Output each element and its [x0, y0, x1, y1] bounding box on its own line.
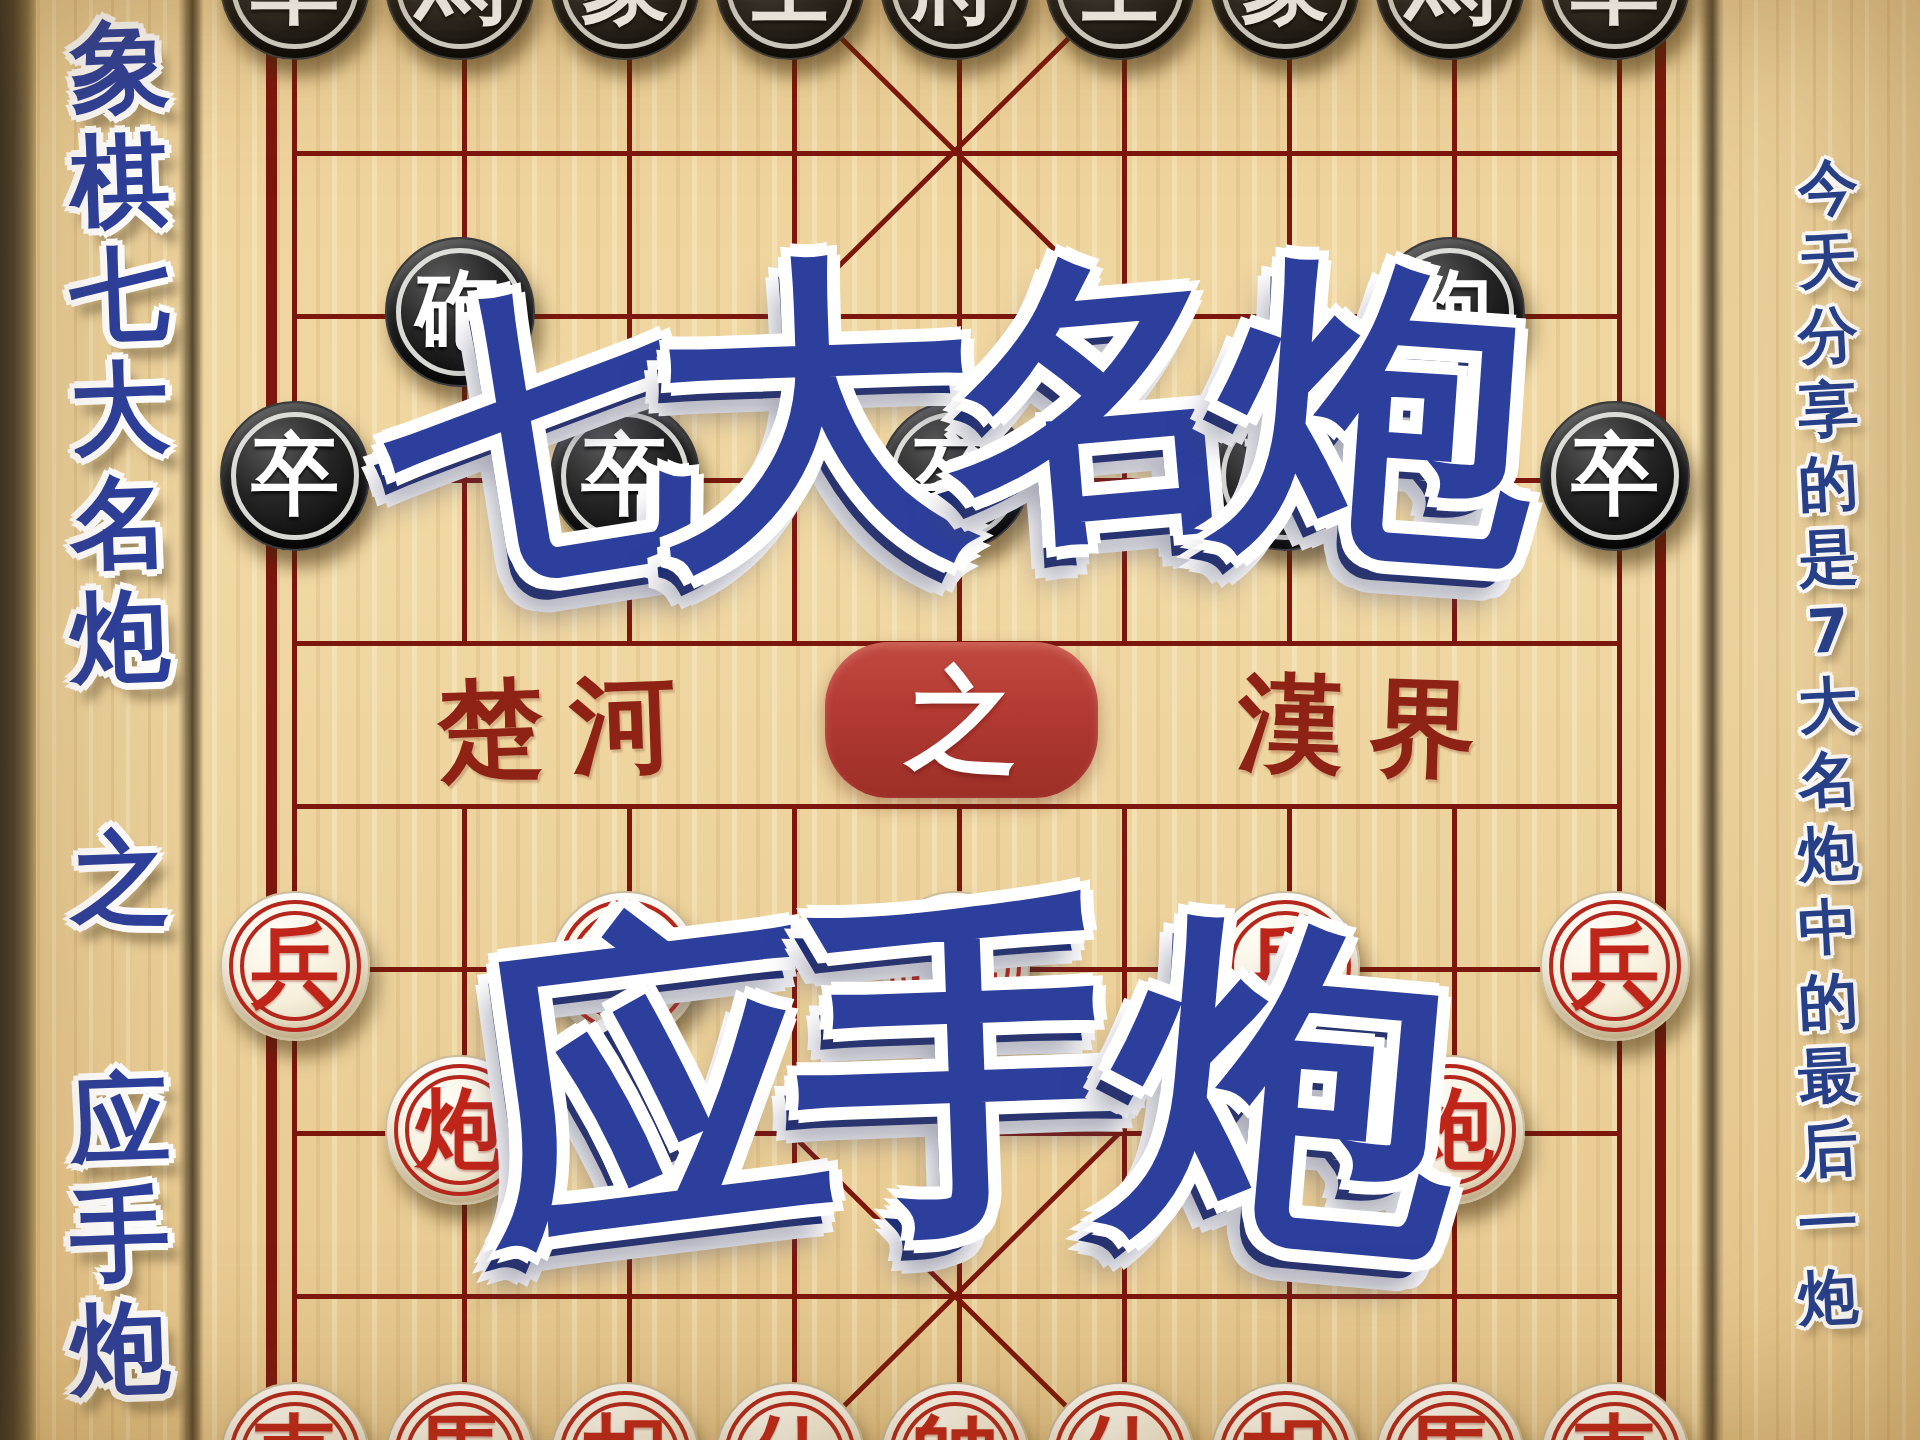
page-background: { "game": "xiangqi", "position": { "fen"… [0, 0, 1920, 1440]
piece-black-soldier[interactable]: 卒 [220, 401, 370, 551]
piece-glyph: 兵 [1571, 922, 1659, 1010]
sidebar-right-char: 的 [1796, 962, 1860, 1039]
piece-glyph: 仕 [746, 1413, 834, 1440]
sidebar-right-char: 的 [1796, 444, 1860, 521]
sidebar-left-char: 手 [68, 1176, 172, 1293]
sidebar-right-char: 中 [1796, 888, 1860, 965]
piece-glyph: 馬 [1406, 0, 1494, 29]
sidebar-right-char: 今 [1796, 148, 1860, 225]
sidebar-right-char: 名 [1796, 740, 1860, 817]
piece-glyph: 象 [1241, 0, 1329, 29]
sidebar-right-char: 炮 [1796, 814, 1860, 891]
sidebar-right-char: 7 [1805, 593, 1851, 669]
title-line-1: 七大名炮 [400, 262, 1521, 584]
piece-glyph: 相 [1241, 1413, 1329, 1440]
sidebar-right-char: 后 [1796, 1110, 1860, 1187]
sidebar-right-char: 分 [1796, 296, 1860, 373]
piece-glyph: 卒 [251, 432, 339, 520]
piece-glyph: 象 [581, 0, 669, 29]
sidebar-left-group: 象棋七大名炮 [70, 10, 170, 694]
sidebar-left-char: 应 [68, 1062, 172, 1179]
piece-glyph: 車 [251, 0, 339, 29]
sidebar-left-group: 之 [70, 822, 170, 936]
sidebar-left-char: 之 [68, 820, 172, 937]
piece-glyph: 將 [911, 0, 999, 29]
title-char: 炮 [1210, 245, 1546, 581]
piece-glyph: 車 [251, 1413, 339, 1440]
piece-glyph: 士 [1076, 0, 1164, 29]
piece-glyph: 相 [581, 1413, 669, 1440]
badge-zhi-label: 之 [906, 664, 1018, 776]
piece-glyph: 士 [746, 0, 834, 29]
sidebar-left-char: 象 [68, 8, 172, 125]
title-line-2: 应手炮 [494, 908, 1445, 1253]
river-label-hanjie: 漢界 [1236, 651, 1505, 803]
sidebar-left-char: 棋 [68, 122, 172, 239]
sidebar-left-char: 炮 [68, 1290, 172, 1407]
piece-glyph: 馬 [1406, 1413, 1494, 1440]
sidebar-right-caption: 今天分享的是7大名炮中的最后一炮 [1768, 0, 1888, 1440]
sidebar-right-char: 享 [1796, 370, 1860, 447]
badge-zhi: 之 [825, 642, 1098, 798]
piece-glyph: 車 [1571, 1413, 1659, 1440]
title-char: 炮 [1099, 900, 1473, 1274]
river-label-chuhe: 楚河 [436, 651, 705, 803]
piece-glyph: 馬 [416, 0, 504, 29]
piece-red-soldier[interactable]: 兵 [1540, 891, 1690, 1041]
piece-black-soldier[interactable]: 卒 [1540, 401, 1690, 551]
board-right-seam [1698, 0, 1724, 1440]
piece-glyph: 仕 [1076, 1413, 1164, 1440]
sidebar-left-char: 大 [68, 350, 172, 467]
sidebar-left-caption: 象棋七大名炮之应手炮 [36, 0, 204, 1440]
piece-glyph: 兵 [251, 922, 339, 1010]
sidebar-left-char: 七 [68, 236, 172, 353]
sidebar-right-char: 天 [1796, 222, 1860, 299]
piece-glyph: 卒 [1571, 432, 1659, 520]
piece-glyph: 車 [1571, 0, 1659, 29]
sidebar-right-char: 大 [1796, 666, 1860, 743]
sidebar-right-char: 一 [1796, 1184, 1860, 1261]
piece-red-soldier[interactable]: 兵 [220, 891, 370, 1041]
sidebar-right-char: 最 [1796, 1036, 1860, 1113]
piece-glyph: 馬 [416, 1413, 504, 1440]
sidebar-left-char: 名 [68, 464, 172, 581]
sidebar-left-group: 应手炮 [70, 1064, 170, 1406]
left-dark-strip [0, 0, 36, 1440]
sidebar-right-char: 炮 [1796, 1258, 1860, 1335]
sidebar-right-char: 是 [1796, 518, 1860, 595]
piece-glyph: 帥 [911, 1413, 999, 1440]
sidebar-left-char: 炮 [68, 578, 172, 695]
